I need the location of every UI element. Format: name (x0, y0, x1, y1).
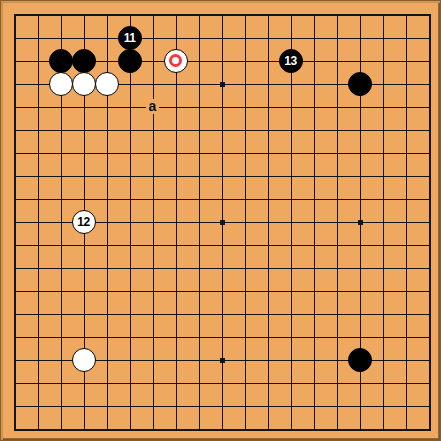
intersection[interactable] (26, 325, 49, 348)
intersection[interactable] (26, 233, 49, 256)
intersection[interactable] (348, 302, 371, 325)
intersection[interactable] (371, 164, 394, 187)
intersection[interactable] (233, 26, 256, 49)
intersection[interactable] (3, 210, 26, 233)
intersection[interactable] (256, 72, 279, 95)
intersection[interactable] (417, 72, 440, 95)
intersection[interactable] (95, 302, 118, 325)
intersection[interactable] (3, 164, 26, 187)
intersection[interactable] (141, 325, 164, 348)
intersection[interactable] (95, 417, 118, 440)
intersection[interactable] (325, 49, 348, 72)
intersection[interactable] (325, 394, 348, 417)
intersection[interactable] (187, 164, 210, 187)
intersection[interactable] (95, 95, 118, 118)
intersection[interactable] (72, 371, 95, 394)
intersection[interactable] (371, 417, 394, 440)
intersection[interactable] (72, 325, 95, 348)
intersection[interactable] (26, 26, 49, 49)
intersection[interactable] (348, 417, 371, 440)
intersection[interactable] (118, 118, 141, 141)
intersection[interactable] (49, 141, 72, 164)
intersection[interactable] (141, 26, 164, 49)
intersection[interactable] (187, 256, 210, 279)
intersection[interactable] (49, 325, 72, 348)
intersection[interactable] (394, 302, 417, 325)
intersection[interactable] (164, 141, 187, 164)
intersection[interactable] (118, 325, 141, 348)
intersection[interactable] (95, 26, 118, 49)
intersection[interactable] (256, 95, 279, 118)
intersection[interactable] (394, 26, 417, 49)
intersection[interactable] (118, 49, 141, 72)
intersection[interactable] (348, 348, 371, 371)
intersection[interactable] (210, 187, 233, 210)
intersection[interactable] (164, 26, 187, 49)
intersection[interactable] (302, 164, 325, 187)
intersection[interactable] (49, 256, 72, 279)
intersection[interactable] (26, 187, 49, 210)
intersection[interactable] (325, 118, 348, 141)
intersection[interactable] (164, 417, 187, 440)
intersection[interactable] (3, 325, 26, 348)
intersection[interactable] (118, 3, 141, 26)
intersection[interactable] (233, 417, 256, 440)
intersection[interactable] (210, 26, 233, 49)
intersection[interactable] (394, 279, 417, 302)
intersection[interactable] (302, 26, 325, 49)
intersection[interactable] (256, 279, 279, 302)
intersection[interactable] (72, 233, 95, 256)
intersection[interactable] (3, 49, 26, 72)
intersection[interactable] (233, 348, 256, 371)
intersection[interactable] (49, 233, 72, 256)
intersection[interactable] (210, 118, 233, 141)
intersection[interactable] (302, 3, 325, 26)
intersection[interactable] (233, 72, 256, 95)
intersection[interactable] (49, 3, 72, 26)
intersection[interactable] (348, 72, 371, 95)
intersection[interactable] (95, 141, 118, 164)
intersection[interactable] (256, 325, 279, 348)
intersection[interactable] (394, 417, 417, 440)
intersection[interactable] (141, 233, 164, 256)
intersection[interactable] (417, 256, 440, 279)
intersection[interactable] (348, 95, 371, 118)
intersection[interactable] (325, 26, 348, 49)
intersection[interactable] (187, 187, 210, 210)
intersection[interactable] (141, 417, 164, 440)
intersection[interactable] (26, 72, 49, 95)
intersection[interactable] (325, 325, 348, 348)
intersection[interactable] (325, 302, 348, 325)
intersection[interactable] (187, 95, 210, 118)
intersection[interactable] (3, 417, 26, 440)
intersection[interactable] (256, 26, 279, 49)
intersection[interactable] (118, 256, 141, 279)
intersection[interactable] (394, 210, 417, 233)
intersection[interactable] (210, 233, 233, 256)
intersection[interactable]: 13 (279, 49, 302, 72)
intersection[interactable] (187, 49, 210, 72)
intersection[interactable] (394, 187, 417, 210)
intersection[interactable] (187, 26, 210, 49)
intersection[interactable] (164, 95, 187, 118)
intersection[interactable] (233, 210, 256, 233)
intersection[interactable] (187, 233, 210, 256)
intersection[interactable] (72, 26, 95, 49)
intersection[interactable] (187, 72, 210, 95)
intersection[interactable] (233, 164, 256, 187)
intersection[interactable] (256, 417, 279, 440)
intersection[interactable] (417, 210, 440, 233)
intersection[interactable] (279, 164, 302, 187)
intersection[interactable] (141, 348, 164, 371)
intersection[interactable] (210, 49, 233, 72)
intersection[interactable] (141, 394, 164, 417)
intersection[interactable] (118, 141, 141, 164)
intersection[interactable] (233, 394, 256, 417)
intersection[interactable] (371, 49, 394, 72)
intersection[interactable] (348, 164, 371, 187)
intersection[interactable] (3, 26, 26, 49)
intersection[interactable] (371, 348, 394, 371)
intersection[interactable] (26, 417, 49, 440)
intersection[interactable] (187, 210, 210, 233)
intersection[interactable] (49, 164, 72, 187)
intersection[interactable] (256, 3, 279, 26)
intersection[interactable] (3, 371, 26, 394)
intersection[interactable] (302, 417, 325, 440)
intersection[interactable] (417, 325, 440, 348)
intersection[interactable] (348, 3, 371, 26)
intersection[interactable] (3, 118, 26, 141)
intersection[interactable] (210, 210, 233, 233)
intersection[interactable] (187, 279, 210, 302)
intersection[interactable] (348, 233, 371, 256)
intersection[interactable] (394, 256, 417, 279)
intersection[interactable] (3, 279, 26, 302)
intersection[interactable] (95, 118, 118, 141)
intersection[interactable] (394, 348, 417, 371)
intersection[interactable] (233, 187, 256, 210)
intersection[interactable] (141, 49, 164, 72)
intersection[interactable] (26, 3, 49, 26)
intersection[interactable] (325, 210, 348, 233)
intersection[interactable] (417, 279, 440, 302)
intersection[interactable] (256, 256, 279, 279)
intersection[interactable] (95, 348, 118, 371)
intersection[interactable] (187, 394, 210, 417)
intersection[interactable] (210, 256, 233, 279)
intersection[interactable] (210, 348, 233, 371)
intersection[interactable] (348, 394, 371, 417)
intersection[interactable] (210, 95, 233, 118)
intersection[interactable] (279, 210, 302, 233)
intersection[interactable] (256, 233, 279, 256)
intersection[interactable] (256, 164, 279, 187)
intersection[interactable] (371, 3, 394, 26)
intersection[interactable] (348, 49, 371, 72)
intersection[interactable] (417, 95, 440, 118)
intersection[interactable] (348, 210, 371, 233)
intersection[interactable] (256, 118, 279, 141)
intersection[interactable] (348, 279, 371, 302)
intersection[interactable] (3, 348, 26, 371)
intersection[interactable] (141, 118, 164, 141)
intersection[interactable] (95, 210, 118, 233)
intersection[interactable] (256, 141, 279, 164)
intersection[interactable] (49, 95, 72, 118)
intersection[interactable] (371, 256, 394, 279)
intersection[interactable] (49, 118, 72, 141)
intersection[interactable] (118, 394, 141, 417)
intersection[interactable] (394, 3, 417, 26)
intersection[interactable] (164, 394, 187, 417)
intersection[interactable] (279, 141, 302, 164)
intersection[interactable] (72, 394, 95, 417)
intersection[interactable] (348, 187, 371, 210)
intersection[interactable] (279, 371, 302, 394)
intersection[interactable] (279, 348, 302, 371)
intersection[interactable] (118, 187, 141, 210)
intersection[interactable] (371, 141, 394, 164)
intersection[interactable] (417, 371, 440, 394)
intersection[interactable] (417, 187, 440, 210)
intersection[interactable] (394, 394, 417, 417)
intersection[interactable] (95, 49, 118, 72)
intersection[interactable] (72, 118, 95, 141)
intersection[interactable] (141, 371, 164, 394)
intersection[interactable] (72, 417, 95, 440)
intersection[interactable]: 11 (118, 26, 141, 49)
intersection[interactable] (187, 118, 210, 141)
intersection[interactable] (164, 256, 187, 279)
intersection[interactable] (417, 348, 440, 371)
intersection[interactable] (417, 141, 440, 164)
intersection[interactable] (302, 141, 325, 164)
intersection[interactable] (348, 371, 371, 394)
intersection[interactable] (118, 417, 141, 440)
intersection[interactable] (325, 371, 348, 394)
intersection[interactable] (279, 26, 302, 49)
intersection[interactable] (394, 95, 417, 118)
intersection[interactable] (187, 348, 210, 371)
intersection[interactable] (279, 233, 302, 256)
intersection[interactable] (49, 187, 72, 210)
intersection[interactable] (187, 302, 210, 325)
intersection[interactable] (302, 279, 325, 302)
intersection[interactable] (394, 325, 417, 348)
intersection[interactable] (118, 348, 141, 371)
intersection[interactable] (3, 256, 26, 279)
intersection[interactable] (49, 279, 72, 302)
intersection[interactable] (302, 210, 325, 233)
intersection[interactable] (210, 371, 233, 394)
intersection[interactable] (256, 302, 279, 325)
intersection[interactable] (164, 233, 187, 256)
intersection[interactable] (325, 417, 348, 440)
intersection[interactable] (3, 187, 26, 210)
intersection[interactable] (164, 49, 187, 72)
intersection[interactable] (371, 371, 394, 394)
intersection[interactable] (302, 49, 325, 72)
intersection[interactable] (72, 72, 95, 95)
intersection[interactable] (302, 187, 325, 210)
intersection[interactable] (233, 49, 256, 72)
intersection[interactable] (302, 325, 325, 348)
intersection[interactable] (164, 348, 187, 371)
intersection[interactable] (302, 371, 325, 394)
intersection[interactable] (256, 348, 279, 371)
intersection[interactable] (279, 394, 302, 417)
intersection[interactable] (26, 210, 49, 233)
intersection[interactable] (26, 118, 49, 141)
intersection[interactable] (417, 164, 440, 187)
intersection[interactable] (371, 233, 394, 256)
intersection[interactable] (256, 49, 279, 72)
intersection[interactable] (164, 118, 187, 141)
intersection[interactable] (3, 3, 26, 26)
intersection[interactable] (210, 279, 233, 302)
intersection[interactable] (210, 417, 233, 440)
intersection[interactable] (187, 141, 210, 164)
intersection[interactable] (302, 72, 325, 95)
intersection[interactable] (3, 394, 26, 417)
intersection[interactable] (72, 3, 95, 26)
intersection[interactable] (72, 95, 95, 118)
intersection[interactable] (279, 279, 302, 302)
intersection[interactable] (95, 164, 118, 187)
intersection[interactable] (371, 279, 394, 302)
intersection[interactable] (164, 72, 187, 95)
intersection[interactable] (141, 164, 164, 187)
intersection[interactable] (325, 187, 348, 210)
intersection[interactable] (302, 348, 325, 371)
intersection[interactable] (417, 26, 440, 49)
intersection[interactable] (95, 279, 118, 302)
intersection[interactable] (417, 118, 440, 141)
intersection[interactable] (233, 118, 256, 141)
intersection[interactable] (72, 302, 95, 325)
intersection[interactable] (118, 302, 141, 325)
intersection[interactable] (95, 187, 118, 210)
intersection[interactable] (417, 233, 440, 256)
intersection[interactable] (371, 26, 394, 49)
intersection[interactable] (95, 394, 118, 417)
intersection[interactable] (141, 3, 164, 26)
intersection[interactable] (49, 72, 72, 95)
intersection[interactable] (279, 72, 302, 95)
intersection[interactable] (210, 3, 233, 26)
intersection[interactable] (325, 72, 348, 95)
intersection[interactable] (417, 394, 440, 417)
intersection[interactable] (233, 141, 256, 164)
intersection[interactable] (3, 72, 26, 95)
intersection[interactable] (302, 256, 325, 279)
intersection[interactable] (325, 279, 348, 302)
intersection[interactable] (72, 187, 95, 210)
intersection[interactable] (164, 187, 187, 210)
intersection[interactable] (348, 118, 371, 141)
intersection[interactable] (394, 118, 417, 141)
intersection[interactable] (49, 210, 72, 233)
intersection[interactable] (233, 302, 256, 325)
intersection[interactable] (348, 325, 371, 348)
intersection[interactable] (95, 3, 118, 26)
intersection[interactable] (302, 95, 325, 118)
intersection[interactable] (49, 417, 72, 440)
intersection[interactable] (417, 302, 440, 325)
intersection[interactable] (256, 187, 279, 210)
intersection[interactable] (233, 371, 256, 394)
intersection[interactable] (26, 141, 49, 164)
intersection[interactable] (49, 394, 72, 417)
intersection[interactable] (49, 302, 72, 325)
intersection[interactable] (141, 302, 164, 325)
intersection[interactable] (26, 256, 49, 279)
intersection[interactable] (118, 210, 141, 233)
intersection[interactable] (279, 325, 302, 348)
intersection[interactable] (141, 72, 164, 95)
intersection[interactable] (325, 164, 348, 187)
intersection[interactable] (187, 371, 210, 394)
intersection[interactable] (164, 3, 187, 26)
intersection[interactable] (26, 371, 49, 394)
intersection[interactable] (325, 95, 348, 118)
intersection[interactable] (417, 49, 440, 72)
intersection[interactable] (371, 210, 394, 233)
intersection[interactable] (141, 256, 164, 279)
intersection[interactable] (3, 141, 26, 164)
intersection[interactable] (164, 371, 187, 394)
intersection[interactable]: 12 (72, 210, 95, 233)
intersection[interactable] (164, 302, 187, 325)
intersection[interactable] (279, 118, 302, 141)
intersection[interactable] (118, 95, 141, 118)
intersection[interactable] (371, 72, 394, 95)
intersection[interactable] (187, 417, 210, 440)
intersection[interactable] (26, 394, 49, 417)
intersection[interactable] (141, 141, 164, 164)
intersection[interactable] (394, 141, 417, 164)
intersection[interactable] (164, 210, 187, 233)
intersection[interactable] (279, 3, 302, 26)
intersection[interactable]: a (141, 95, 164, 118)
intersection[interactable] (348, 26, 371, 49)
intersection[interactable] (394, 371, 417, 394)
intersection[interactable] (210, 141, 233, 164)
intersection[interactable] (26, 95, 49, 118)
intersection[interactable] (210, 164, 233, 187)
intersection[interactable] (118, 279, 141, 302)
intersection[interactable] (26, 348, 49, 371)
intersection[interactable] (164, 279, 187, 302)
intersection[interactable] (394, 164, 417, 187)
intersection[interactable] (141, 187, 164, 210)
intersection[interactable] (279, 256, 302, 279)
intersection[interactable] (118, 72, 141, 95)
intersection[interactable] (325, 141, 348, 164)
intersection[interactable] (26, 164, 49, 187)
intersection[interactable] (210, 325, 233, 348)
intersection[interactable] (302, 394, 325, 417)
intersection[interactable] (3, 95, 26, 118)
intersection[interactable] (256, 394, 279, 417)
intersection[interactable] (233, 279, 256, 302)
intersection[interactable] (26, 302, 49, 325)
intersection[interactable] (371, 394, 394, 417)
